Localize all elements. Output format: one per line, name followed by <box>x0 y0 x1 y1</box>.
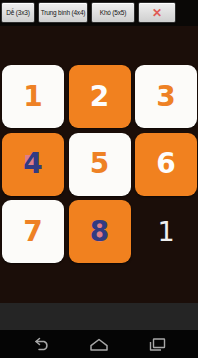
bottom-spacer-strip <box>0 303 198 330</box>
puzzle-board: 1 2 3 4 5 6 7 8 <box>2 65 197 263</box>
move-counter-text: 1 <box>157 218 174 245</box>
puzzle-tile-7[interactable]: 7 <box>2 200 64 263</box>
difficulty-button-easy[interactable]: Dễ (3x3) <box>1 2 35 23</box>
tile-number: 8 <box>90 218 109 246</box>
puzzle-tile-5[interactable]: 5 <box>69 133 131 196</box>
nav-home-button[interactable] <box>87 335 111 353</box>
puzzle-tile-1[interactable]: 1 <box>2 65 64 128</box>
android-nav-bar <box>0 330 198 358</box>
difficulty-button-hard[interactable]: Khó (5x5) <box>91 2 135 23</box>
blank-cell-move-counter: 1 <box>135 200 197 263</box>
puzzle-tile-6[interactable]: 6 <box>135 133 197 196</box>
puzzle-tile-3[interactable]: 3 <box>135 65 197 128</box>
tile-number: 7 <box>23 218 42 246</box>
tile-number: 3 <box>156 83 175 111</box>
phone-screen: Dễ (3x3) Trung bình (4x4) Khó (5x5) ✕ 1 … <box>0 0 198 358</box>
tile-number: 1 <box>23 83 42 111</box>
tile-number: 2 <box>90 83 109 111</box>
tile-number: 4 <box>23 150 42 178</box>
tile-number: 6 <box>156 150 175 178</box>
close-icon: ✕ <box>152 7 162 19</box>
nav-back-button[interactable] <box>29 335 53 353</box>
difficulty-toolbar: Dễ (3x3) Trung bình (4x4) Khó (5x5) ✕ <box>0 0 198 26</box>
difficulty-button-medium[interactable]: Trung bình (4x4) <box>38 2 88 23</box>
close-button[interactable]: ✕ <box>138 2 176 23</box>
back-icon <box>31 337 51 352</box>
recents-icon <box>147 337 167 352</box>
tile-number: 5 <box>90 150 109 178</box>
puzzle-tile-2[interactable]: 2 <box>69 65 131 128</box>
puzzle-tile-8[interactable]: 8 <box>69 200 131 263</box>
nav-recents-button[interactable] <box>145 335 169 353</box>
home-icon <box>88 337 110 352</box>
puzzle-tile-4[interactable]: 4 <box>2 133 64 196</box>
